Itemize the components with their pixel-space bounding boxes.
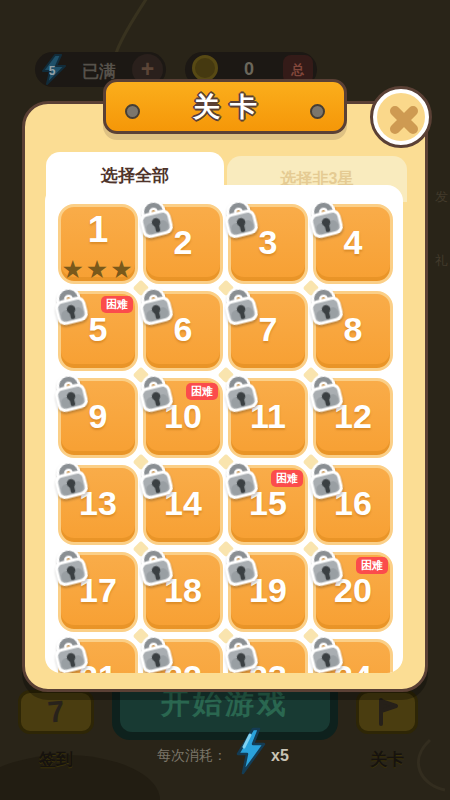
level-tile[interactable]: 5 困难 (58, 291, 138, 371)
rivet-icon (310, 104, 325, 119)
level-tile[interactable]: 14 (143, 465, 223, 545)
level-grid: 1 ★★★ 2 3 4 (45, 185, 403, 673)
rivet-icon (125, 104, 140, 119)
lock-icon (303, 629, 348, 673)
level-number: 1 (61, 209, 135, 251)
level-tile[interactable]: 18 (143, 552, 223, 632)
hard-badge: 困难 (271, 470, 303, 487)
level-tile[interactable]: 23 (228, 639, 308, 673)
edge-decoration-glyph: 礼 (435, 252, 448, 270)
lock-icon (218, 542, 263, 590)
lock-icon (218, 455, 263, 503)
lock-icon (218, 194, 263, 242)
lock-icon (48, 629, 93, 673)
lock-icon (133, 368, 178, 416)
lock-icon (303, 194, 348, 242)
edge-decoration-glyph: 发 (435, 188, 448, 206)
screen: 5 已满 + 0 总 发 礼 开始游戏 每次消耗： x5 7 签到 关卡 选择非… (0, 0, 450, 800)
level-select-dialog: 选择非3星 选择全部 1 ★★★ 2 3 4 (22, 101, 428, 692)
close-button[interactable] (370, 86, 432, 148)
level-tile[interactable]: 7 (228, 291, 308, 371)
lock-icon (48, 542, 93, 590)
flag-icon (374, 698, 400, 726)
level-tile[interactable]: 16 (313, 465, 393, 545)
level-tile[interactable]: 17 (58, 552, 138, 632)
tab-select-all[interactable]: 选择全部 (46, 152, 224, 198)
level-tile[interactable]: 20 困难 (313, 552, 393, 632)
level-tile[interactable]: 12 (313, 378, 393, 458)
lock-icon (218, 281, 263, 329)
level-tile[interactable]: 19 (228, 552, 308, 632)
lock-icon (133, 455, 178, 503)
lock-icon (303, 542, 348, 590)
level-tile[interactable]: 11 (228, 378, 308, 458)
level-tile[interactable]: 9 (58, 378, 138, 458)
dialog-title-banner: 关卡 (103, 79, 347, 134)
level-tile[interactable]: 15 困难 (228, 465, 308, 545)
sign-in-button[interactable]: 7 (18, 690, 94, 734)
level-tile[interactable]: 8 (313, 291, 393, 371)
energy-bolt-icon (235, 727, 267, 775)
cost-multiplier: x5 (271, 747, 289, 765)
lock-icon (303, 455, 348, 503)
close-icon (377, 93, 425, 141)
level-tile[interactable]: 10 困难 (143, 378, 223, 458)
level-tile[interactable]: 13 (58, 465, 138, 545)
star-rating: ★★★ (61, 255, 135, 284)
hard-badge: 困难 (186, 383, 218, 400)
lock-icon (48, 455, 93, 503)
lock-icon (133, 629, 178, 673)
level-tile[interactable]: 21 (58, 639, 138, 673)
lock-icon (303, 368, 348, 416)
level-tile[interactable]: 22 (143, 639, 223, 673)
svg-text:5: 5 (49, 64, 56, 78)
lock-icon (218, 629, 263, 673)
level-tile[interactable]: 3 (228, 204, 308, 284)
lock-icon (48, 368, 93, 416)
dialog-title: 关卡 (183, 89, 267, 125)
lock-icon (133, 194, 178, 242)
levels-nav-label: 关卡 (356, 748, 418, 771)
coin-icon (192, 55, 218, 81)
hard-badge: 困难 (101, 296, 133, 313)
level-tile[interactable]: 2 (143, 204, 223, 284)
cost-per-play-label: 每次消耗： (157, 747, 227, 765)
level-tile[interactable]: 24 (313, 639, 393, 673)
sign-in-icon: 7 (46, 694, 66, 730)
lock-icon (218, 368, 263, 416)
energy-bolt-icon: 5 (40, 54, 68, 85)
lock-icon (303, 281, 348, 329)
lock-icon (48, 281, 93, 329)
sign-in-label: 签到 (18, 748, 94, 771)
lock-icon (133, 542, 178, 590)
level-tile[interactable]: 1 ★★★ (58, 204, 138, 284)
lock-icon (133, 281, 178, 329)
level-tile[interactable]: 4 (313, 204, 393, 284)
coin-value: 0 (225, 59, 273, 80)
levels-nav-button[interactable] (356, 690, 418, 734)
hard-badge: 困难 (356, 557, 388, 574)
level-tile[interactable]: 6 (143, 291, 223, 371)
